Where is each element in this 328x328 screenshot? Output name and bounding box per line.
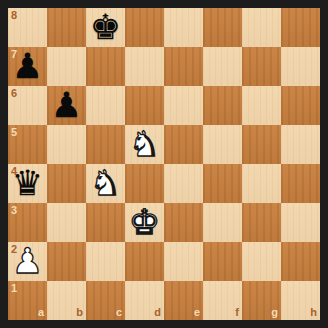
square-a8[interactable]: 8 [8,8,47,47]
square-b8[interactable] [47,8,86,47]
rank-label-3: 3 [11,205,17,216]
square-f7[interactable] [203,47,242,86]
square-c7[interactable] [86,47,125,86]
white-king-d3[interactable]: ♚ [129,203,160,242]
file-label-f: f [235,307,239,318]
black-pawn-a7[interactable]: ♟ [12,47,43,86]
square-g3[interactable] [242,203,281,242]
file-label-d: d [154,307,161,318]
black-king-c8[interactable]: ♚ [90,8,121,47]
chess-board: 8♚7♟6♟5♞4♛♞3♚2♟1abcdefgh [8,8,320,320]
square-d7[interactable] [125,47,164,86]
square-a6[interactable]: 6 [8,86,47,125]
square-g4[interactable] [242,164,281,203]
square-h8[interactable] [281,8,320,47]
square-e1[interactable]: e [164,281,203,320]
square-e3[interactable] [164,203,203,242]
square-g1[interactable]: g [242,281,281,320]
rank-label-8: 8 [11,10,17,21]
square-d3[interactable]: ♚ [125,203,164,242]
square-h2[interactable] [281,242,320,281]
file-label-a: a [38,307,44,318]
square-e6[interactable] [164,86,203,125]
square-f6[interactable] [203,86,242,125]
file-label-c: c [116,307,122,318]
square-b2[interactable] [47,242,86,281]
square-a1[interactable]: 1a [8,281,47,320]
square-h6[interactable] [281,86,320,125]
square-b3[interactable] [47,203,86,242]
square-d1[interactable]: d [125,281,164,320]
square-g5[interactable] [242,125,281,164]
square-e4[interactable] [164,164,203,203]
square-d8[interactable] [125,8,164,47]
square-b7[interactable] [47,47,86,86]
square-h4[interactable] [281,164,320,203]
square-f3[interactable] [203,203,242,242]
square-a5[interactable]: 5 [8,125,47,164]
square-a4[interactable]: 4♛ [8,164,47,203]
square-d5[interactable]: ♞ [125,125,164,164]
white-pawn-a2[interactable]: ♟ [12,242,43,281]
square-e5[interactable] [164,125,203,164]
rank-label-5: 5 [11,127,17,138]
file-label-h: h [310,307,317,318]
rank-label-6: 6 [11,88,17,99]
square-d4[interactable] [125,164,164,203]
white-knight-c4[interactable]: ♞ [90,164,121,203]
square-c2[interactable] [86,242,125,281]
square-f5[interactable] [203,125,242,164]
square-b4[interactable] [47,164,86,203]
rank-label-1: 1 [11,283,17,294]
square-h5[interactable] [281,125,320,164]
square-d2[interactable] [125,242,164,281]
square-g8[interactable] [242,8,281,47]
square-c1[interactable]: c [86,281,125,320]
file-label-b: b [76,307,83,318]
square-f2[interactable] [203,242,242,281]
square-b1[interactable]: b [47,281,86,320]
square-f8[interactable] [203,8,242,47]
square-a3[interactable]: 3 [8,203,47,242]
square-h1[interactable]: h [281,281,320,320]
file-label-e: e [194,307,200,318]
square-c6[interactable] [86,86,125,125]
white-knight-d5[interactable]: ♞ [129,125,160,164]
file-label-g: g [271,307,278,318]
square-e7[interactable] [164,47,203,86]
square-f1[interactable]: f [203,281,242,320]
square-e8[interactable] [164,8,203,47]
square-g7[interactable] [242,47,281,86]
square-h3[interactable] [281,203,320,242]
board-frame: 8♚7♟6♟5♞4♛♞3♚2♟1abcdefgh [0,0,328,328]
square-f4[interactable] [203,164,242,203]
square-d6[interactable] [125,86,164,125]
square-h7[interactable] [281,47,320,86]
square-g2[interactable] [242,242,281,281]
square-c8[interactable]: ♚ [86,8,125,47]
square-e2[interactable] [164,242,203,281]
square-c4[interactable]: ♞ [86,164,125,203]
square-b6[interactable]: ♟ [47,86,86,125]
square-a7[interactable]: 7♟ [8,47,47,86]
black-queen-a4[interactable]: ♛ [12,164,43,203]
square-a2[interactable]: 2♟ [8,242,47,281]
square-c5[interactable] [86,125,125,164]
square-b5[interactable] [47,125,86,164]
black-pawn-b6[interactable]: ♟ [51,86,82,125]
square-g6[interactable] [242,86,281,125]
square-c3[interactable] [86,203,125,242]
